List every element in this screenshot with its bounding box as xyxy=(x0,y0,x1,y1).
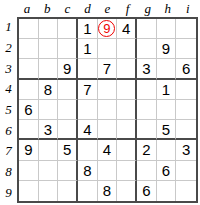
cell-i4[interactable] xyxy=(176,80,196,100)
cell-h4[interactable]: 1 xyxy=(157,80,177,100)
cell-e4[interactable] xyxy=(98,80,118,100)
column-label-h: h xyxy=(158,0,178,17)
cell-i1[interactable] xyxy=(176,19,196,39)
cell-f6[interactable] xyxy=(117,120,137,140)
cell-h1[interactable] xyxy=(157,19,177,39)
cell-b5[interactable] xyxy=(39,100,59,120)
cell-c9[interactable] xyxy=(58,181,78,201)
column-label-c: c xyxy=(57,0,77,17)
cell-c6[interactable] xyxy=(58,120,78,140)
cell-i7[interactable]: 3 xyxy=(176,140,196,160)
cell-a5[interactable]: 6 xyxy=(19,100,39,120)
cell-e2[interactable] xyxy=(98,39,118,59)
cell-b1[interactable] xyxy=(39,19,59,39)
cell-i9[interactable] xyxy=(176,181,196,201)
cell-d6[interactable]: 4 xyxy=(78,120,98,140)
cell-f2[interactable] xyxy=(117,39,137,59)
cell-a2[interactable] xyxy=(19,39,39,59)
cell-f5[interactable] xyxy=(117,100,137,120)
cell-i2[interactable] xyxy=(176,39,196,59)
cell-c5[interactable] xyxy=(58,100,78,120)
column-label-a: a xyxy=(17,0,37,17)
cell-d7[interactable] xyxy=(78,140,98,160)
cell-e3[interactable]: 7 xyxy=(98,59,118,79)
cell-a3[interactable] xyxy=(19,59,39,79)
row-label-4: 4 xyxy=(0,79,17,100)
cell-g3[interactable]: 3 xyxy=(137,59,157,79)
cell-c7[interactable]: 5 xyxy=(58,140,78,160)
cell-f4[interactable] xyxy=(117,80,137,100)
cell-h8[interactable]: 6 xyxy=(157,161,177,181)
cell-g1[interactable] xyxy=(137,19,157,39)
cell-d9[interactable] xyxy=(78,181,98,201)
cell-a6[interactable] xyxy=(19,120,39,140)
cell-d3[interactable] xyxy=(78,59,98,79)
cell-d8[interactable]: 8 xyxy=(78,161,98,181)
row-label-8: 8 xyxy=(0,162,17,183)
cell-c4[interactable] xyxy=(58,80,78,100)
column-label-g: g xyxy=(138,0,158,17)
cell-h2[interactable]: 9 xyxy=(157,39,177,59)
cell-d4[interactable]: 7 xyxy=(78,80,98,100)
cell-h3[interactable] xyxy=(157,59,177,79)
cell-b2[interactable] xyxy=(39,39,59,59)
cell-f1[interactable]: 4 xyxy=(117,19,137,39)
cell-h9[interactable] xyxy=(157,181,177,201)
cell-e7[interactable]: 4 xyxy=(98,140,118,160)
cell-e1[interactable]: 9 xyxy=(98,19,118,39)
cell-a1[interactable] xyxy=(19,19,39,39)
cell-g9[interactable]: 6 xyxy=(137,181,157,201)
row-label-6: 6 xyxy=(0,120,17,141)
cell-g4[interactable] xyxy=(137,80,157,100)
cell-h5[interactable] xyxy=(157,100,177,120)
cell-i3[interactable]: 6 xyxy=(176,59,196,79)
cell-e8[interactable] xyxy=(98,161,118,181)
highlighted-digit-circle: 9 xyxy=(98,20,115,37)
column-label-e: e xyxy=(97,0,117,17)
row-label-9: 9 xyxy=(0,182,17,203)
row-label-7: 7 xyxy=(0,141,17,162)
row-label-3: 3 xyxy=(0,58,17,79)
cell-i6[interactable] xyxy=(176,120,196,140)
sudoku-board: 1941997368716345954238686 xyxy=(17,17,198,203)
cell-e9[interactable]: 8 xyxy=(98,181,118,201)
cell-g5[interactable] xyxy=(137,100,157,120)
cell-g7[interactable]: 2 xyxy=(137,140,157,160)
cell-d5[interactable] xyxy=(78,100,98,120)
row-labels: 123456789 xyxy=(0,17,17,203)
cell-b3[interactable] xyxy=(39,59,59,79)
column-label-d: d xyxy=(77,0,97,17)
cell-e6[interactable] xyxy=(98,120,118,140)
column-label-b: b xyxy=(37,0,57,17)
cell-e5[interactable] xyxy=(98,100,118,120)
cell-a8[interactable] xyxy=(19,161,39,181)
row-label-2: 2 xyxy=(0,38,17,59)
cell-b4[interactable]: 8 xyxy=(39,80,59,100)
cell-f8[interactable] xyxy=(117,161,137,181)
cell-h7[interactable] xyxy=(157,140,177,160)
cell-h6[interactable]: 5 xyxy=(157,120,177,140)
cell-f9[interactable] xyxy=(117,181,137,201)
cell-d2[interactable]: 1 xyxy=(78,39,98,59)
cell-g8[interactable] xyxy=(137,161,157,181)
cell-b6[interactable]: 3 xyxy=(39,120,59,140)
cell-f3[interactable] xyxy=(117,59,137,79)
cell-a9[interactable] xyxy=(19,181,39,201)
cell-c2[interactable] xyxy=(58,39,78,59)
cell-g6[interactable] xyxy=(137,120,157,140)
row-label-1: 1 xyxy=(0,17,17,38)
cell-a4[interactable] xyxy=(19,80,39,100)
cell-b7[interactable] xyxy=(39,140,59,160)
sudoku-diagram: abcdefghi 123456789 19419973687163459542… xyxy=(0,0,200,205)
column-label-f: f xyxy=(118,0,138,17)
column-labels: abcdefghi xyxy=(17,0,198,17)
cell-i5[interactable] xyxy=(176,100,196,120)
cell-b9[interactable] xyxy=(39,181,59,201)
cell-c8[interactable] xyxy=(58,161,78,181)
cell-f7[interactable] xyxy=(117,140,137,160)
cell-g2[interactable] xyxy=(137,39,157,59)
cell-i8[interactable] xyxy=(176,161,196,181)
cell-b8[interactable] xyxy=(39,161,59,181)
row-label-5: 5 xyxy=(0,100,17,121)
cell-c3[interactable]: 9 xyxy=(58,59,78,79)
column-label-i: i xyxy=(178,0,198,17)
cell-a7[interactable]: 9 xyxy=(19,140,39,160)
cell-d1[interactable]: 1 xyxy=(78,19,98,39)
cell-c1[interactable] xyxy=(58,19,78,39)
